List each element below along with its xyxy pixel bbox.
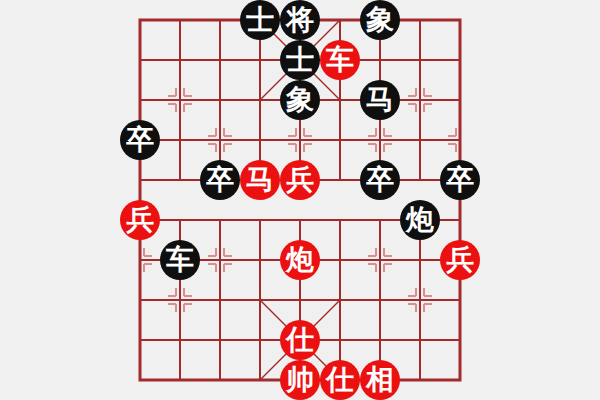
board-point-6-3[interactable] bbox=[360, 120, 400, 160]
board-point-7-2[interactable] bbox=[400, 80, 440, 120]
board-point-3-1[interactable] bbox=[240, 40, 280, 80]
board-point-6-8[interactable] bbox=[360, 320, 400, 360]
piece-black-general[interactable]: 将 bbox=[280, 0, 320, 40]
board-point-8-2[interactable] bbox=[440, 80, 480, 120]
board-point-4-7[interactable] bbox=[280, 280, 320, 320]
board-point-8-8[interactable] bbox=[440, 320, 480, 360]
board-point-3-8[interactable] bbox=[240, 320, 280, 360]
board-point-1-1[interactable] bbox=[160, 40, 200, 80]
board-point-0-4[interactable] bbox=[120, 160, 160, 200]
board-point-2-3[interactable] bbox=[200, 120, 240, 160]
board-point-8-3[interactable] bbox=[440, 120, 480, 160]
board-point-7-7[interactable] bbox=[400, 280, 440, 320]
board-point-5-5[interactable] bbox=[320, 200, 360, 240]
board-point-2-0[interactable] bbox=[200, 0, 240, 40]
board-point-7-6[interactable] bbox=[400, 240, 440, 280]
board-point-1-8[interactable] bbox=[160, 320, 200, 360]
board-point-2-5[interactable] bbox=[200, 200, 240, 240]
piece-black-advisor[interactable]: 士 bbox=[280, 40, 320, 80]
board-point-7-4[interactable] bbox=[400, 160, 440, 200]
board-point-1-0[interactable] bbox=[160, 0, 200, 40]
piece-red-cannon[interactable]: 炮 bbox=[280, 240, 320, 280]
board-point-0-6[interactable] bbox=[120, 240, 160, 280]
board-point-7-0[interactable] bbox=[400, 0, 440, 40]
board-point-2-7[interactable] bbox=[200, 280, 240, 320]
board-point-1-4[interactable] bbox=[160, 160, 200, 200]
board-point-6-7[interactable] bbox=[360, 280, 400, 320]
board-point-6-6[interactable] bbox=[360, 240, 400, 280]
board-point-0-0[interactable] bbox=[120, 0, 160, 40]
piece-red-horse[interactable]: 马 bbox=[240, 160, 280, 200]
board-point-5-2[interactable] bbox=[320, 80, 360, 120]
piece-black-elephant[interactable]: 象 bbox=[360, 0, 400, 40]
board-point-8-9[interactable] bbox=[440, 360, 480, 400]
board-point-5-3[interactable] bbox=[320, 120, 360, 160]
board-point-3-7[interactable] bbox=[240, 280, 280, 320]
board-point-3-9[interactable] bbox=[240, 360, 280, 400]
board-point-7-3[interactable] bbox=[400, 120, 440, 160]
board-point-6-1[interactable] bbox=[360, 40, 400, 80]
piece-black-cannon[interactable]: 炮 bbox=[400, 200, 440, 240]
board-point-3-5[interactable] bbox=[240, 200, 280, 240]
board-point-0-1[interactable] bbox=[120, 40, 160, 80]
piece-black-soldier[interactable]: 卒 bbox=[360, 160, 400, 200]
board-point-3-6[interactable] bbox=[240, 240, 280, 280]
board-point-0-9[interactable] bbox=[120, 360, 160, 400]
board-point-7-9[interactable] bbox=[400, 360, 440, 400]
board-point-2-2[interactable] bbox=[200, 80, 240, 120]
xiangqi-board: 士将象士车象马卒卒马兵卒卒兵炮车炮兵仕帅仕相 bbox=[120, 0, 480, 400]
piece-black-soldier[interactable]: 卒 bbox=[200, 160, 240, 200]
board-point-7-1[interactable] bbox=[400, 40, 440, 80]
board-point-3-2[interactable] bbox=[240, 80, 280, 120]
board-point-4-3[interactable] bbox=[280, 120, 320, 160]
piece-black-elephant[interactable]: 象 bbox=[280, 80, 320, 120]
board-point-0-8[interactable] bbox=[120, 320, 160, 360]
board-point-8-5[interactable] bbox=[440, 200, 480, 240]
board-point-1-3[interactable] bbox=[160, 120, 200, 160]
xiangqi-app: 士将象士车象马卒卒马兵卒卒兵炮车炮兵仕帅仕相 bbox=[0, 0, 600, 400]
board-point-1-2[interactable] bbox=[160, 80, 200, 120]
piece-red-chariot[interactable]: 车 bbox=[320, 40, 360, 80]
board-point-1-7[interactable] bbox=[160, 280, 200, 320]
board-point-4-5[interactable] bbox=[280, 200, 320, 240]
board-point-8-1[interactable] bbox=[440, 40, 480, 80]
piece-red-soldier[interactable]: 兵 bbox=[280, 160, 320, 200]
board-point-8-7[interactable] bbox=[440, 280, 480, 320]
piece-black-chariot[interactable]: 车 bbox=[160, 240, 200, 280]
board-point-3-3[interactable] bbox=[240, 120, 280, 160]
piece-red-advisor[interactable]: 仕 bbox=[320, 360, 360, 400]
piece-black-soldier[interactable]: 卒 bbox=[440, 160, 480, 200]
piece-red-elephant[interactable]: 相 bbox=[360, 360, 400, 400]
board-point-5-8[interactable] bbox=[320, 320, 360, 360]
board-point-8-0[interactable] bbox=[440, 0, 480, 40]
board-point-7-8[interactable] bbox=[400, 320, 440, 360]
board-point-5-4[interactable] bbox=[320, 160, 360, 200]
board-point-5-6[interactable] bbox=[320, 240, 360, 280]
board-point-5-0[interactable] bbox=[320, 0, 360, 40]
piece-red-soldier[interactable]: 兵 bbox=[120, 200, 160, 240]
board-point-2-9[interactable] bbox=[200, 360, 240, 400]
piece-black-soldier[interactable]: 卒 bbox=[120, 120, 160, 160]
piece-black-advisor[interactable]: 士 bbox=[240, 0, 280, 40]
piece-red-advisor[interactable]: 仕 bbox=[280, 320, 320, 360]
board-point-2-6[interactable] bbox=[200, 240, 240, 280]
board-point-0-7[interactable] bbox=[120, 280, 160, 320]
piece-red-soldier[interactable]: 兵 bbox=[440, 240, 480, 280]
board-point-6-5[interactable] bbox=[360, 200, 400, 240]
board-point-2-1[interactable] bbox=[200, 40, 240, 80]
board-point-1-5[interactable] bbox=[160, 200, 200, 240]
board-point-5-7[interactable] bbox=[320, 280, 360, 320]
piece-black-horse[interactable]: 马 bbox=[360, 80, 400, 120]
board-point-0-2[interactable] bbox=[120, 80, 160, 120]
board-point-2-8[interactable] bbox=[200, 320, 240, 360]
board-point-1-9[interactable] bbox=[160, 360, 200, 400]
piece-red-general[interactable]: 帅 bbox=[280, 360, 320, 400]
